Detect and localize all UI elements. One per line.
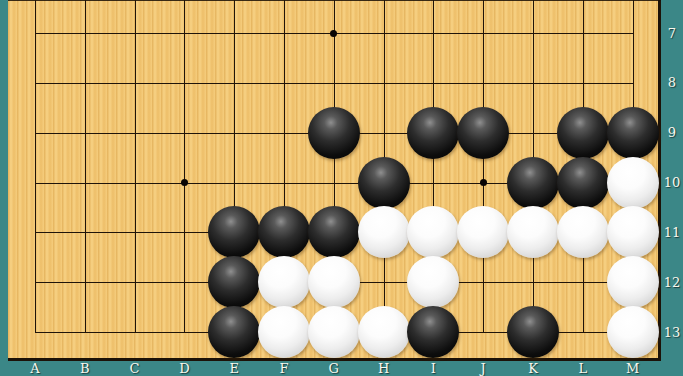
white-stone-g13 [308, 306, 360, 358]
star-point-d10 [181, 179, 188, 186]
white-stone-h11 [358, 206, 410, 258]
column-label-d: D [174, 362, 194, 376]
star-point-j10 [480, 179, 487, 186]
white-stone-f13 [258, 306, 310, 358]
white-stone-g12 [308, 256, 360, 308]
grid-line-horizontal-8 [35, 83, 634, 84]
black-stone-m9 [607, 107, 659, 159]
white-stone-h13 [358, 306, 410, 358]
column-label-m: M [623, 362, 643, 376]
black-stone-j9 [457, 107, 509, 159]
column-label-g: G [324, 362, 344, 376]
black-stone-f11 [258, 206, 310, 258]
black-stone-g9 [308, 107, 360, 159]
black-stone-k10 [507, 157, 559, 209]
white-stone-l11 [557, 206, 609, 258]
black-stone-i9 [407, 107, 459, 159]
white-stone-m12 [607, 256, 659, 308]
black-stone-h10 [358, 157, 410, 209]
white-stone-m13 [607, 306, 659, 358]
white-stone-k11 [507, 206, 559, 258]
row-label-7: 7 [661, 26, 683, 41]
white-stone-f12 [258, 256, 310, 308]
go-board-viewer: ABCDEFGHIJKLM78910111213 [0, 0, 683, 376]
column-label-f: F [274, 362, 294, 376]
column-label-j: J [473, 362, 493, 376]
column-label-i: I [423, 362, 443, 376]
column-label-e: E [224, 362, 244, 376]
black-stone-g11 [308, 206, 360, 258]
column-label-a: A [25, 362, 45, 376]
row-label-10: 10 [661, 175, 683, 190]
row-label-8: 8 [661, 75, 683, 90]
star-point-g7 [330, 30, 337, 37]
white-stone-m10 [607, 157, 659, 209]
column-label-c: C [125, 362, 145, 376]
black-stone-k13 [507, 306, 559, 358]
black-stone-e13 [208, 306, 260, 358]
white-stone-m11 [607, 206, 659, 258]
row-label-12: 12 [661, 275, 683, 290]
black-stone-l10 [557, 157, 609, 209]
column-label-l: L [573, 362, 593, 376]
row-label-11: 11 [661, 225, 683, 240]
column-label-b: B [75, 362, 95, 376]
column-label-h: H [374, 362, 394, 376]
row-label-13: 13 [661, 325, 683, 340]
row-label-9: 9 [661, 125, 683, 140]
black-stone-l9 [557, 107, 609, 159]
column-label-k: K [523, 362, 543, 376]
